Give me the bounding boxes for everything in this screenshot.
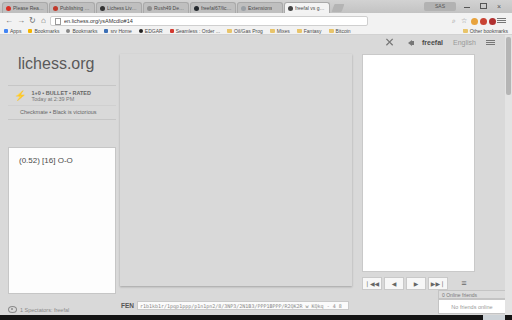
gmail-icon [6, 6, 11, 11]
taskbar-clock-area [483, 315, 505, 320]
last-move-button[interactable]: ▶▶❘ [428, 277, 448, 290]
square-icon [170, 29, 174, 33]
forward-icon[interactable]: → [17, 14, 25, 28]
fen-input[interactable]: r1b1kb1r/1pqp1ppp/p1n1pn2/8/3NP3/2N1B3/P… [137, 301, 349, 310]
bookmark-label: Bookmarks [34, 28, 59, 34]
language-menu[interactable]: English [453, 39, 476, 46]
folder-icon [463, 29, 468, 33]
deals-icon [147, 6, 152, 11]
lichess-icon [100, 6, 105, 11]
game-info-box: ⚡ 1+0 • BULLET • RATED Today at 2:39 PM … [8, 85, 116, 120]
extension-icon[interactable] [489, 18, 496, 25]
restore-button[interactable] [476, 1, 490, 12]
folder-icon [227, 29, 232, 33]
bookmark-label: EDGAR [145, 28, 163, 34]
app-icon [53, 6, 58, 11]
extension-icon[interactable] [471, 18, 478, 25]
bookmark-item[interactable]: EDGAR [139, 28, 163, 34]
challenge-swords-icon[interactable] [385, 38, 395, 47]
home-icon[interactable]: ⌂ [41, 14, 46, 28]
spectator-chat-box[interactable]: (0.52) [16] O-O [8, 147, 116, 294]
screen: Please Read InstructionsPublishing Your … [0, 0, 512, 320]
bookmark-item[interactable]: srv Home [104, 28, 131, 34]
browser-tabstrip: Please Read InstructionsPublishing Your … [0, 0, 512, 13]
dot-icon [139, 29, 143, 33]
bookmark-item[interactable]: Bookmarks [66, 28, 97, 34]
bookmark-label: Other bookmarks [470, 28, 508, 34]
puzzle-icon [241, 6, 246, 11]
bookmark-label: Fantasy [304, 28, 322, 34]
minimize-button[interactable] [460, 1, 474, 12]
bookmark-label: srv Home [110, 28, 131, 34]
chess-board[interactable] [120, 54, 352, 286]
fen-label: FEN [121, 302, 134, 309]
bookmark-star-icon[interactable]: ☆ [461, 16, 467, 26]
move-navigation: ❘◀◀ ◀ ▶ ▶▶❘ ≡ [362, 277, 472, 290]
bookmark-item[interactable]: Fantasy [297, 28, 322, 34]
taskbar-strip [0, 315, 512, 320]
lichess-logo[interactable]: lichess.org [18, 55, 94, 73]
profile-button[interactable]: SAS [424, 2, 456, 11]
browser-tab[interactable]: Publishing Your App - Go... [49, 2, 95, 13]
browser-tab[interactable]: freefal67/lichess_live_eng... [190, 2, 236, 13]
tab-title: freefal vs gunrunner222 • [295, 5, 326, 11]
apps-grid-icon [4, 29, 8, 33]
username-menu[interactable]: freefal [422, 39, 443, 46]
star-icon [28, 29, 32, 33]
bookmark-item[interactable]: Bitcoin [329, 28, 351, 34]
browser-tab[interactable]: Extensions [237, 2, 283, 13]
close-button[interactable]: × [492, 1, 506, 12]
circle-icon [66, 29, 70, 33]
folder-icon [297, 29, 302, 33]
bookmark-label: Bookmarks [72, 28, 97, 34]
bookmark-item[interactable]: Mixes [270, 28, 290, 34]
new-tab-button[interactable] [332, 4, 345, 12]
browser-tab[interactable]: Please Read Instructions [2, 2, 48, 13]
bookmark-label: Bitcoin [336, 28, 351, 34]
bookmark-item[interactable]: Oil/Gas Prog [227, 28, 263, 34]
browser-tab[interactable]: Rush49 Deals Purchase C... [143, 2, 189, 13]
url-text[interactable]: en.lichess.org/ysAMcdIo#14 [64, 18, 133, 24]
tab-title: Rush49 Deals Purchase C... [154, 5, 185, 11]
tab-title: Please Read Instructions [13, 5, 44, 11]
online-friends-header[interactable]: 0 Online friends [438, 290, 506, 299]
browser-tab[interactable]: Lichess Live Analysis Engi... [96, 2, 142, 13]
tab-title: Lichess Live Analysis Engi... [107, 5, 138, 11]
github-icon [194, 6, 199, 11]
move-list-panel[interactable] [362, 54, 475, 272]
tab-title: Extensions [248, 5, 272, 11]
other-bookmarks[interactable]: Other bookmarks [463, 28, 508, 34]
next-move-button[interactable]: ▶ [406, 277, 426, 290]
square-icon [104, 29, 108, 33]
bookmark-label: Apps [10, 28, 21, 34]
address-bar[interactable]: en.lichess.org/ysAMcdIo#14 [50, 16, 368, 26]
bookmark-label: Mixes [277, 28, 290, 34]
first-move-button[interactable]: ❘◀◀ [362, 277, 382, 290]
lichess-page: freefal English lichess.org ⚡ 1+0 • BULL… [0, 35, 512, 315]
bookmark-item[interactable]: Seamless : Order ... [170, 28, 220, 34]
eye-icon [8, 306, 17, 313]
site-menu-icon[interactable] [486, 39, 495, 46]
previous-move-button[interactable]: ◀ [384, 277, 404, 290]
browser-tab[interactable]: freefal vs gunrunner222 • [284, 2, 330, 13]
page-icon [55, 18, 61, 25]
chrome-menu-icon[interactable] [497, 17, 506, 24]
page-scrollbar[interactable] [505, 35, 512, 315]
folder-icon [270, 29, 275, 33]
bullet-lightning-icon: ⚡ [14, 90, 26, 102]
chat-message: (0.52) [16] O-O [9, 148, 115, 165]
tab-title: Publishing Your App - Go... [60, 5, 91, 11]
game-date: Today at 2:39 PM [31, 96, 91, 102]
spectator-count: 1 Spectators: freefal [8, 306, 69, 313]
zoom-icon[interactable]: ⌕ [452, 16, 456, 26]
lichess-icon [288, 6, 293, 11]
bookmark-label: Seamless : Order ... [176, 28, 220, 34]
folder-icon [329, 29, 334, 33]
tab-title: freefal67/lichess_live_eng... [201, 5, 232, 11]
online-friends-body: No friends online [438, 299, 506, 314]
game-status: Checkmate • Black is victorious [8, 106, 116, 116]
bookmark-item[interactable]: Apps [4, 28, 21, 34]
board-menu-button[interactable]: ≡ [456, 277, 472, 290]
bookmark-item[interactable]: Bookmarks [28, 28, 59, 34]
extension-icon[interactable] [480, 18, 487, 25]
refresh-icon[interactable]: ↻ [29, 14, 36, 28]
bookmarks-bar: AppsBookmarksBookmarkssrv HomeEDGARSeaml… [0, 28, 512, 35]
back-icon[interactable]: ← [5, 14, 13, 28]
bookmark-label: Oil/Gas Prog [234, 28, 263, 34]
sound-icon[interactable] [405, 40, 412, 46]
